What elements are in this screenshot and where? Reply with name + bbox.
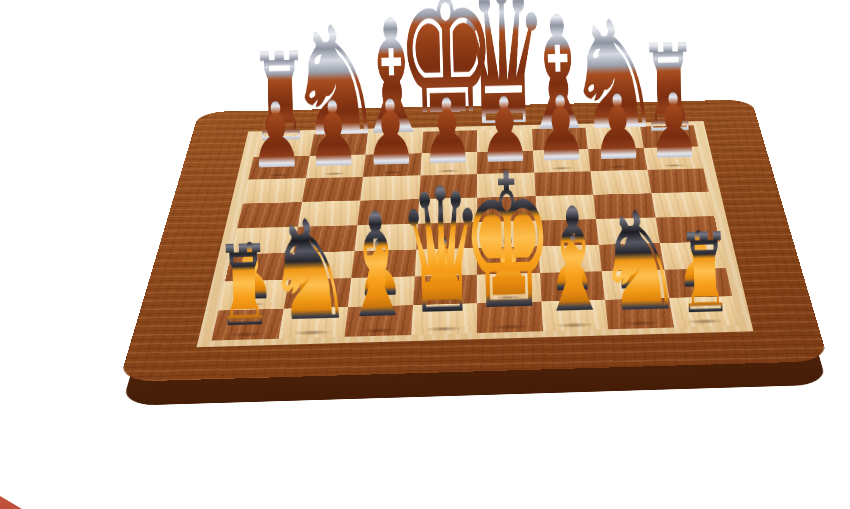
scene: ♜♞♝♚♛♝♞♜♟♟♟♟♟♟♟♟♟♟♟♟♟♟♟♟♜♞♝♛♚♝♞♜ <box>0 0 850 509</box>
piece-far-pawn: ♟ <box>647 83 702 169</box>
square-a7: ♟ <box>248 156 309 180</box>
piece-near-rook: ♜ <box>215 233 273 340</box>
square-h7: ♟ <box>643 146 703 169</box>
chess-board: ♜♞♝♚♛♝♞♜♟♟♟♟♟♟♟♟♟♟♟♟♟♟♟♟♜♞♝♛♚♝♞♜ <box>119 99 829 381</box>
piece-near-knight: ♞ <box>594 197 685 329</box>
product-photo-stage: ♜♞♝♚♛♝♞♜♟♟♟♟♟♟♟♟♟♟♟♟♟♟♟♟♜♞♝♛♚♝♞♜ <box>0 0 850 509</box>
piece-far-pawn: ♟ <box>248 92 304 179</box>
piece-near-knight: ♞ <box>263 205 356 338</box>
cropped-corner-fragment <box>0 496 22 509</box>
piece-far-pawn: ♟ <box>590 85 645 171</box>
square-d1: ♛ <box>411 303 477 335</box>
square-g1: ♞ <box>605 298 674 329</box>
square-b1: ♞ <box>278 307 348 339</box>
board-grid: ♜♞♝♚♛♝♞♜♟♟♟♟♟♟♟♟♟♟♟♟♟♟♟♟♜♞♝♛♚♝♞♜ <box>211 125 738 340</box>
square-e1: ♚ <box>477 301 543 333</box>
square-h1: ♜ <box>669 296 739 327</box>
square-b7: ♟ <box>306 154 366 178</box>
piece-near-queen: ♛ <box>397 168 487 334</box>
square-g7: ♟ <box>588 148 647 172</box>
board-border-strip: ♜♞♝♚♛♝♞♜♟♟♟♟♟♟♟♟♟♟♟♟♟♟♟♟♜♞♝♛♚♝♞♜ <box>196 121 753 347</box>
piece-near-rook: ♜ <box>676 221 733 327</box>
piece-far-pawn: ♟ <box>305 91 361 178</box>
